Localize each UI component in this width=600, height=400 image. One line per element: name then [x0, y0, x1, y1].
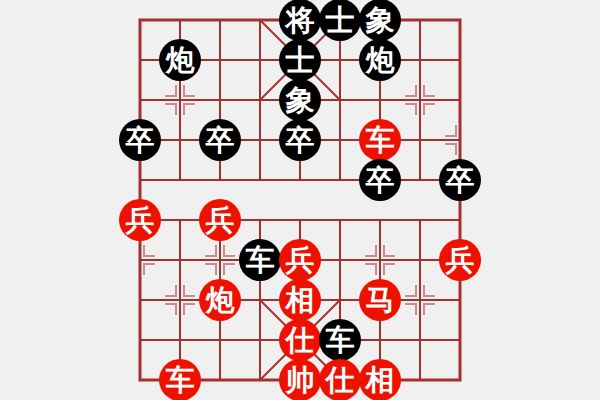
piece-red-chariot[interactable]: 车 [159, 359, 201, 400]
point-7-5[interactable] [400, 200, 440, 240]
point-0-4[interactable] [120, 160, 160, 200]
point-7-9[interactable] [400, 360, 440, 400]
point-0-9[interactable] [120, 360, 160, 400]
piece-black-elephant[interactable]: 象 [359, 0, 401, 41]
point-0-2[interactable] [120, 80, 160, 120]
point-1-6[interactable] [160, 240, 200, 280]
point-7-6[interactable] [400, 240, 440, 280]
point-5-6[interactable] [320, 240, 360, 280]
point-7-4[interactable] [400, 160, 440, 200]
piece-red-pawn[interactable]: 兵 [439, 239, 481, 281]
piece-black-general[interactable]: 将 [279, 0, 321, 41]
point-5-5[interactable] [320, 200, 360, 240]
point-8-0[interactable] [440, 0, 480, 40]
piece-black-chariot[interactable]: 车 [319, 319, 361, 361]
piece-red-chariot[interactable]: 车 [359, 119, 401, 161]
piece-red-pawn[interactable]: 兵 [279, 239, 321, 281]
point-7-2[interactable] [400, 80, 440, 120]
point-2-8[interactable] [200, 320, 240, 360]
point-1-8[interactable] [160, 320, 200, 360]
point-3-7[interactable] [240, 280, 280, 320]
point-3-1[interactable] [240, 40, 280, 80]
point-2-1[interactable] [200, 40, 240, 80]
point-0-0[interactable] [120, 0, 160, 40]
point-3-4[interactable] [240, 160, 280, 200]
point-5-1[interactable] [320, 40, 360, 80]
point-3-8[interactable] [240, 320, 280, 360]
piece-black-pawn[interactable]: 卒 [199, 119, 241, 161]
point-7-8[interactable] [400, 320, 440, 360]
point-0-6[interactable] [120, 240, 160, 280]
piece-black-elephant[interactable]: 象 [279, 79, 321, 121]
piece-red-pawn[interactable]: 兵 [199, 199, 241, 241]
point-6-5[interactable] [360, 200, 400, 240]
piece-red-cannon[interactable]: 炮 [199, 279, 241, 321]
piece-red-elephant[interactable]: 相 [279, 279, 321, 321]
point-3-0[interactable] [240, 0, 280, 40]
point-1-4[interactable] [160, 160, 200, 200]
point-0-7[interactable] [120, 280, 160, 320]
point-8-1[interactable] [440, 40, 480, 80]
point-5-7[interactable] [320, 280, 360, 320]
point-8-9[interactable] [440, 360, 480, 400]
point-8-2[interactable] [440, 80, 480, 120]
point-4-5[interactable] [280, 200, 320, 240]
point-8-7[interactable] [440, 280, 480, 320]
piece-black-cannon[interactable]: 炮 [159, 39, 201, 81]
point-5-4[interactable] [320, 160, 360, 200]
point-6-6[interactable] [360, 240, 400, 280]
point-7-1[interactable] [400, 40, 440, 80]
piece-black-advisor[interactable]: 士 [319, 0, 361, 41]
point-2-0[interactable] [200, 0, 240, 40]
point-3-2[interactable] [240, 80, 280, 120]
point-1-0[interactable] [160, 0, 200, 40]
point-7-7[interactable] [400, 280, 440, 320]
point-3-5[interactable] [240, 200, 280, 240]
point-7-0[interactable] [400, 0, 440, 40]
piece-red-advisor[interactable]: 仕 [279, 319, 321, 361]
point-2-9[interactable] [200, 360, 240, 400]
point-2-2[interactable] [200, 80, 240, 120]
point-4-4[interactable] [280, 160, 320, 200]
point-6-2[interactable] [360, 80, 400, 120]
point-6-8[interactable] [360, 320, 400, 360]
piece-red-elephant[interactable]: 相 [359, 359, 401, 400]
point-5-3[interactable] [320, 120, 360, 160]
point-0-1[interactable] [120, 40, 160, 80]
piece-black-pawn[interactable]: 卒 [119, 119, 161, 161]
piece-red-advisor[interactable]: 仕 [319, 359, 361, 400]
point-2-6[interactable] [200, 240, 240, 280]
point-2-4[interactable] [200, 160, 240, 200]
piece-red-king[interactable]: 帅 [279, 359, 321, 400]
point-8-5[interactable] [440, 200, 480, 240]
piece-black-chariot[interactable]: 车 [239, 239, 281, 281]
piece-black-advisor[interactable]: 士 [279, 39, 321, 81]
point-1-7[interactable] [160, 280, 200, 320]
piece-red-horse[interactable]: 马 [359, 279, 401, 321]
point-1-5[interactable] [160, 200, 200, 240]
board-grid[interactable]: 将士象炮士炮象卒卒卒车卒卒兵兵车兵兵炮相马仕车车帅仕相 [120, 0, 480, 400]
point-1-3[interactable] [160, 120, 200, 160]
point-8-3[interactable] [440, 120, 480, 160]
point-8-8[interactable] [440, 320, 480, 360]
piece-black-pawn[interactable]: 卒 [279, 119, 321, 161]
point-7-3[interactable] [400, 120, 440, 160]
xiangqi-app: 将士象炮士炮象卒卒卒车卒卒兵兵车兵兵炮相马仕车车帅仕相 [0, 0, 600, 400]
point-5-2[interactable] [320, 80, 360, 120]
point-3-9[interactable] [240, 360, 280, 400]
piece-black-pawn[interactable]: 卒 [359, 159, 401, 201]
piece-red-pawn[interactable]: 兵 [119, 199, 161, 241]
point-3-3[interactable] [240, 120, 280, 160]
piece-black-pawn[interactable]: 卒 [439, 159, 481, 201]
point-1-2[interactable] [160, 80, 200, 120]
point-0-8[interactable] [120, 320, 160, 360]
piece-black-cannon[interactable]: 炮 [359, 39, 401, 81]
